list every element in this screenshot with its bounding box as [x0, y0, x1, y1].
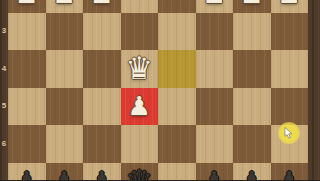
- rank-label-4: 4: [0, 64, 8, 73]
- square-c2[interactable]: ♟: [196, 0, 234, 13]
- square-a5[interactable]: [271, 88, 309, 126]
- square-f7[interactable]: ♟: [83, 163, 121, 181]
- square-f5[interactable]: [83, 88, 121, 126]
- square-e2[interactable]: [121, 0, 159, 13]
- square-d3[interactable]: [158, 13, 196, 51]
- square-a6[interactable]: [271, 125, 309, 163]
- black-pawn-f7[interactable]: ♟: [90, 168, 113, 180]
- white-pawn-c2[interactable]: ♟: [203, 0, 226, 7]
- square-g4[interactable]: [46, 50, 84, 88]
- rank-label-6: 6: [0, 139, 8, 148]
- white-pawn-b2[interactable]: ♟: [240, 0, 263, 7]
- square-g2[interactable]: ♟: [46, 0, 84, 13]
- square-b3[interactable]: [233, 13, 271, 51]
- square-d5[interactable]: [158, 88, 196, 126]
- square-d2[interactable]: [158, 0, 196, 13]
- square-f4[interactable]: [83, 50, 121, 88]
- square-a4[interactable]: [271, 50, 309, 88]
- square-h6[interactable]: [8, 125, 46, 163]
- square-g3[interactable]: [46, 13, 84, 51]
- square-a2[interactable]: ♟: [271, 0, 309, 13]
- square-a3[interactable]: [271, 13, 309, 51]
- square-d6[interactable]: [158, 125, 196, 163]
- black-pawn-b7[interactable]: ♟: [240, 168, 263, 180]
- square-f6[interactable]: [83, 125, 121, 163]
- chess-app-viewport: ♟♟♟♟♟♟♛♟♟♟♟♛♟♟♟ 3456: [0, 0, 320, 180]
- white-pawn-a2[interactable]: ♟: [278, 0, 301, 7]
- square-f2[interactable]: ♟: [83, 0, 121, 13]
- square-c7[interactable]: ♟: [196, 163, 234, 181]
- square-a7[interactable]: ♟: [271, 163, 309, 181]
- square-f3[interactable]: [83, 13, 121, 51]
- black-queen-e7[interactable]: ♛: [125, 166, 153, 180]
- square-b6[interactable]: [233, 125, 271, 163]
- square-g5[interactable]: [46, 88, 84, 126]
- square-h3[interactable]: [8, 13, 46, 51]
- square-b2[interactable]: ♟: [233, 0, 271, 13]
- square-e5[interactable]: ♟: [121, 88, 159, 126]
- square-d7[interactable]: [158, 163, 196, 181]
- square-c3[interactable]: [196, 13, 234, 51]
- square-e6[interactable]: [121, 125, 159, 163]
- square-h5[interactable]: [8, 88, 46, 126]
- square-c6[interactable]: [196, 125, 234, 163]
- square-d4[interactable]: [158, 50, 196, 88]
- white-pawn-g2[interactable]: ♟: [53, 0, 76, 7]
- square-c5[interactable]: [196, 88, 234, 126]
- black-pawn-a7[interactable]: ♟: [278, 168, 301, 180]
- square-g6[interactable]: [46, 125, 84, 163]
- white-pawn-e5[interactable]: ♟: [128, 93, 151, 119]
- white-pawn-f2[interactable]: ♟: [90, 0, 113, 7]
- square-g7[interactable]: ♟: [46, 163, 84, 181]
- board: ♟♟♟♟♟♟♛♟♟♟♟♛♟♟♟: [8, 0, 308, 180]
- white-pawn-h2[interactable]: ♟: [15, 0, 38, 7]
- square-e3[interactable]: [121, 13, 159, 51]
- rank-label-5: 5: [0, 101, 8, 110]
- black-pawn-h7[interactable]: ♟: [15, 168, 38, 180]
- white-queen-e4[interactable]: ♛: [125, 53, 153, 84]
- square-b7[interactable]: ♟: [233, 163, 271, 181]
- black-pawn-g7[interactable]: ♟: [53, 168, 76, 180]
- square-e7[interactable]: ♛: [121, 163, 159, 181]
- square-b4[interactable]: [233, 50, 271, 88]
- square-c4[interactable]: [196, 50, 234, 88]
- rank-label-3: 3: [0, 26, 8, 35]
- square-h2[interactable]: ♟: [8, 0, 46, 13]
- square-h7[interactable]: ♟: [8, 163, 46, 181]
- square-e4[interactable]: ♛: [121, 50, 159, 88]
- black-pawn-c7[interactable]: ♟: [203, 168, 226, 180]
- square-b5[interactable]: [233, 88, 271, 126]
- square-h4[interactable]: [8, 50, 46, 88]
